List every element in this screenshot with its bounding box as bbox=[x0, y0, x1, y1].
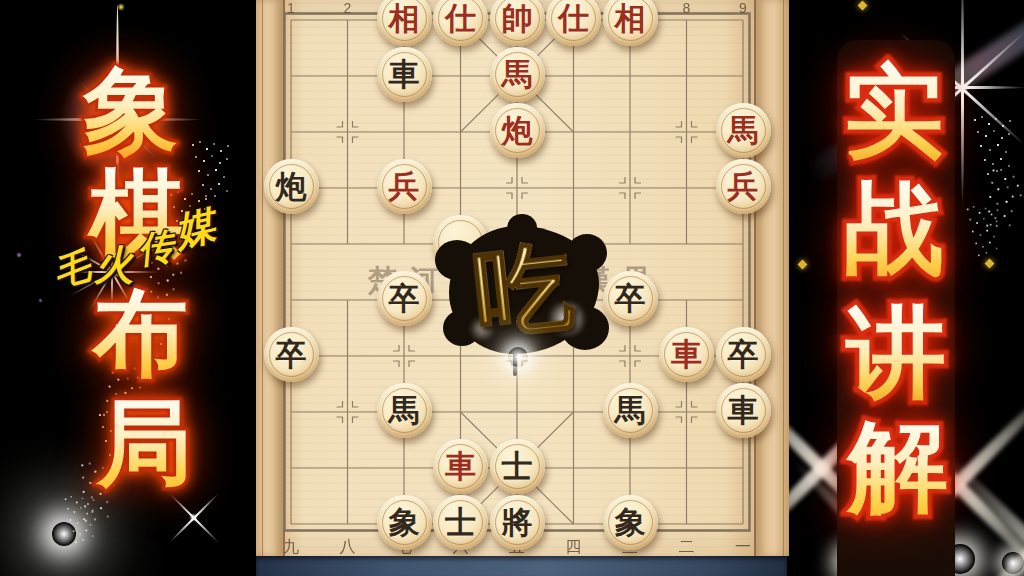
piece-red-兵[interactable]: 兵 bbox=[377, 159, 432, 214]
right-banner: 实实战战讲讲解解 bbox=[787, 0, 1024, 576]
piece-char: 相 bbox=[615, 3, 646, 34]
file-label-bottom: 一 bbox=[733, 537, 753, 558]
piece-char: 仕 bbox=[558, 3, 589, 34]
piece-red-馬[interactable]: 馬 bbox=[716, 103, 771, 158]
title-char: 讲讲 bbox=[836, 296, 956, 411]
piece-char: 卒 bbox=[728, 339, 759, 370]
sparkle-dust bbox=[63, 495, 65, 497]
piece-black-卒[interactable]: 卒 bbox=[716, 327, 771, 382]
piece-red-炮[interactable]: 炮 bbox=[490, 103, 545, 158]
piece-black-馬[interactable]: 馬 bbox=[603, 383, 658, 438]
piece-black-車[interactable]: 車 bbox=[716, 383, 771, 438]
piece-black-象[interactable]: 象 bbox=[377, 495, 432, 550]
piece-black-士[interactable]: 士 bbox=[490, 439, 545, 494]
title-char: 局局 bbox=[92, 390, 197, 495]
piece-char: 象 bbox=[389, 507, 420, 538]
piece-red-車[interactable]: 車 bbox=[433, 439, 488, 494]
sparkle-dust bbox=[965, 205, 967, 207]
piece-char: 相 bbox=[389, 3, 420, 34]
piece-black-炮[interactable]: 炮 bbox=[264, 159, 319, 214]
gold-sparkle bbox=[985, 259, 995, 269]
left-banner: 象象棋棋布布局局 毛火传媒 bbox=[0, 0, 256, 576]
piece-char: 兵 bbox=[728, 171, 759, 202]
piece-char: 仕 bbox=[445, 3, 476, 34]
piece-char: 炮 bbox=[276, 171, 307, 202]
piece-red-兵[interactable]: 兵 bbox=[716, 159, 771, 214]
file-label-bottom: 八 bbox=[338, 537, 358, 558]
piece-char: 車 bbox=[445, 451, 476, 482]
title-char: 布布 bbox=[88, 280, 193, 385]
piece-char: 馬 bbox=[389, 395, 420, 426]
watermark-char: 传 bbox=[134, 222, 177, 276]
piece-char: 士 bbox=[445, 507, 476, 538]
piece-char: 象 bbox=[615, 507, 646, 538]
file-label-top: 8 bbox=[677, 0, 697, 16]
video-frame: 象象棋棋布布局局 毛火传媒 楚河 漢界 123456789 九八七六五四三二一 … bbox=[0, 0, 1024, 576]
piece-char: 車 bbox=[671, 339, 702, 370]
watermark-char: 毛 bbox=[48, 242, 95, 299]
piece-black-車[interactable]: 車 bbox=[377, 47, 432, 102]
piece-char: 馬 bbox=[502, 59, 533, 90]
capture-badge: 吃 bbox=[444, 228, 605, 353]
piece-char: 馬 bbox=[615, 395, 646, 426]
piece-black-卒[interactable]: 卒 bbox=[264, 327, 319, 382]
piece-char: 炮 bbox=[502, 115, 533, 146]
piece-black-卒[interactable]: 卒 bbox=[377, 271, 432, 326]
piece-black-馬[interactable]: 馬 bbox=[377, 383, 432, 438]
title-char: 解解 bbox=[838, 410, 958, 525]
file-label-top: 9 bbox=[733, 0, 753, 16]
title-char: 实实 bbox=[834, 55, 954, 170]
piece-black-士[interactable]: 士 bbox=[433, 495, 488, 550]
sparkle-dust bbox=[992, 165, 995, 168]
piece-char: 馬 bbox=[728, 115, 759, 146]
capture-splash: 吃 bbox=[449, 226, 599, 354]
watermark-char: 媒 bbox=[169, 197, 220, 260]
purple-sparkle bbox=[38, 298, 43, 303]
piece-red-馬[interactable]: 馬 bbox=[490, 47, 545, 102]
title-char: 象象 bbox=[78, 58, 183, 163]
sparkle-dust bbox=[80, 460, 82, 462]
file-label-bottom: 四 bbox=[564, 537, 584, 558]
purple-sparkle bbox=[16, 252, 22, 258]
file-label-top: 1 bbox=[281, 0, 301, 16]
piece-black-象[interactable]: 象 bbox=[603, 495, 658, 550]
piece-char: 車 bbox=[389, 59, 420, 90]
piece-char: 兵 bbox=[389, 171, 420, 202]
capture-spark-orb bbox=[508, 347, 528, 367]
title-char: 战战 bbox=[834, 172, 954, 287]
file-label-top: 2 bbox=[338, 0, 358, 16]
sparkle-dust bbox=[190, 140, 192, 142]
piece-char: 卒 bbox=[276, 339, 307, 370]
gold-sparkle bbox=[858, 1, 868, 11]
piece-char: 將 bbox=[502, 507, 533, 538]
file-label-bottom: 九 bbox=[281, 537, 301, 558]
piece-char: 帥 bbox=[502, 3, 533, 34]
piece-char: 卒 bbox=[615, 283, 646, 314]
piece-red-車[interactable]: 車 bbox=[659, 327, 714, 382]
sparkle-dust bbox=[972, 115, 974, 117]
file-label-bottom: 二 bbox=[677, 537, 697, 558]
piece-char: 車 bbox=[728, 395, 759, 426]
gold-sparkle bbox=[798, 260, 808, 270]
piece-char: 卒 bbox=[389, 283, 420, 314]
streak-tip-sparkle bbox=[117, 3, 125, 11]
piece-black-卒[interactable]: 卒 bbox=[603, 271, 658, 326]
piece-char: 士 bbox=[502, 451, 533, 482]
table-edge-strip bbox=[256, 556, 787, 576]
watermark-char: 火 bbox=[93, 238, 134, 294]
xiangqi-board[interactable]: 楚河 漢界 123456789 九八七六五四三二一 相仕帥仕相車馬炮馬炮兵兵卒卒… bbox=[256, 0, 787, 556]
piece-black-將[interactable]: 將 bbox=[490, 495, 545, 550]
